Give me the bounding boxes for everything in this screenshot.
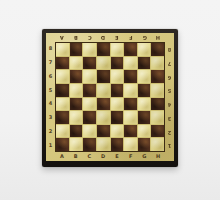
- square-g1: [138, 138, 151, 151]
- chess-board: ABCDEFGH ABCDEFGH 87654321 87654321: [42, 29, 178, 167]
- square-c8: [83, 43, 96, 56]
- rank-label-right-2: 2: [165, 125, 174, 139]
- square-a4: [56, 98, 69, 111]
- rank-label-left-2: 2: [46, 125, 55, 139]
- rank-labels-left: 87654321: [46, 42, 55, 152]
- square-a7: [56, 57, 69, 70]
- chess-board-photo: ABCDEFGH ABCDEFGH 87654321 87654321: [0, 0, 220, 200]
- square-b2: [70, 125, 83, 138]
- square-d4: [97, 98, 110, 111]
- square-d3: [97, 111, 110, 124]
- play-area: [55, 42, 165, 152]
- file-labels-top: ABCDEFGH: [55, 33, 165, 42]
- square-b7: [70, 57, 83, 70]
- file-label-top-b: B: [69, 33, 83, 42]
- square-e7: [111, 57, 124, 70]
- square-e5: [111, 84, 124, 97]
- square-e1: [111, 138, 124, 151]
- square-g6: [138, 70, 151, 83]
- file-label-bottom-e: E: [110, 152, 124, 161]
- file-label-top-h: H: [151, 33, 165, 42]
- square-h4: [151, 98, 164, 111]
- file-label-top-a: A: [55, 33, 69, 42]
- square-f1: [124, 138, 137, 151]
- square-f5: [124, 84, 137, 97]
- square-d8: [97, 43, 110, 56]
- square-h1: [151, 138, 164, 151]
- file-label-top-g: G: [138, 33, 152, 42]
- rank-labels-right: 87654321: [165, 42, 174, 152]
- square-f7: [124, 57, 137, 70]
- file-label-bottom-f: F: [124, 152, 138, 161]
- file-labels-bottom: ABCDEFGH: [55, 152, 165, 161]
- square-h5: [151, 84, 164, 97]
- square-g5: [138, 84, 151, 97]
- square-a8: [56, 43, 69, 56]
- square-b4: [70, 98, 83, 111]
- square-b6: [70, 70, 83, 83]
- rank-label-left-8: 8: [46, 42, 55, 56]
- board-face: ABCDEFGH ABCDEFGH 87654321 87654321: [46, 33, 174, 161]
- square-a5: [56, 84, 69, 97]
- rank-label-right-1: 1: [165, 138, 174, 152]
- file-label-bottom-g: G: [138, 152, 152, 161]
- square-d7: [97, 57, 110, 70]
- square-a6: [56, 70, 69, 83]
- square-b5: [70, 84, 83, 97]
- square-e3: [111, 111, 124, 124]
- square-h8: [151, 43, 164, 56]
- square-d1: [97, 138, 110, 151]
- square-h7: [151, 57, 164, 70]
- square-c2: [83, 125, 96, 138]
- square-a1: [56, 138, 69, 151]
- file-label-top-f: F: [124, 33, 138, 42]
- file-label-bottom-h: H: [151, 152, 165, 161]
- square-f8: [124, 43, 137, 56]
- rank-label-left-5: 5: [46, 83, 55, 97]
- square-e4: [111, 98, 124, 111]
- rank-label-left-7: 7: [46, 56, 55, 70]
- file-label-bottom-c: C: [83, 152, 97, 161]
- square-g7: [138, 57, 151, 70]
- square-c3: [83, 111, 96, 124]
- rank-label-right-8: 8: [165, 42, 174, 56]
- square-e6: [111, 70, 124, 83]
- square-b3: [70, 111, 83, 124]
- square-g8: [138, 43, 151, 56]
- rank-label-right-4: 4: [165, 97, 174, 111]
- square-h3: [151, 111, 164, 124]
- square-f6: [124, 70, 137, 83]
- rank-label-left-1: 1: [46, 138, 55, 152]
- square-f4: [124, 98, 137, 111]
- square-d5: [97, 84, 110, 97]
- file-label-top-e: E: [110, 33, 124, 42]
- square-e2: [111, 125, 124, 138]
- square-d2: [97, 125, 110, 138]
- square-g4: [138, 98, 151, 111]
- square-c6: [83, 70, 96, 83]
- file-label-bottom-b: B: [69, 152, 83, 161]
- square-g3: [138, 111, 151, 124]
- file-label-top-c: C: [83, 33, 97, 42]
- rank-label-left-6: 6: [46, 70, 55, 84]
- square-d6: [97, 70, 110, 83]
- square-h6: [151, 70, 164, 83]
- file-label-bottom-a: A: [55, 152, 69, 161]
- rank-label-right-7: 7: [165, 56, 174, 70]
- square-e8: [111, 43, 124, 56]
- square-c4: [83, 98, 96, 111]
- file-label-top-d: D: [96, 33, 110, 42]
- square-b1: [70, 138, 83, 151]
- square-c5: [83, 84, 96, 97]
- square-h2: [151, 125, 164, 138]
- square-a2: [56, 125, 69, 138]
- rank-label-right-6: 6: [165, 70, 174, 84]
- rank-label-left-3: 3: [46, 111, 55, 125]
- square-f2: [124, 125, 137, 138]
- square-g2: [138, 125, 151, 138]
- rank-label-right-5: 5: [165, 83, 174, 97]
- square-b8: [70, 43, 83, 56]
- file-label-bottom-d: D: [96, 152, 110, 161]
- square-c7: [83, 57, 96, 70]
- square-f3: [124, 111, 137, 124]
- rank-label-left-4: 4: [46, 97, 55, 111]
- rank-label-right-3: 3: [165, 111, 174, 125]
- square-c1: [83, 138, 96, 151]
- square-a3: [56, 111, 69, 124]
